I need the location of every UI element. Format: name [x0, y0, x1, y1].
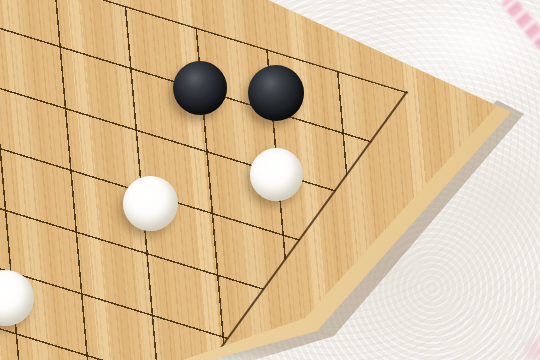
black-1-go-stone [173, 61, 227, 115]
white-2-go-stone [250, 148, 303, 201]
pink-fabric-smudge [520, 336, 540, 360]
white-1-go-stone [123, 176, 178, 231]
goban-photo-scene [0, 0, 540, 360]
black-2-go-stone [248, 65, 304, 121]
